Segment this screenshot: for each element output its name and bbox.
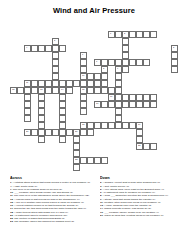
grid-cell[interactable] bbox=[101, 80, 108, 87]
grid-cell[interactable]: 20 bbox=[24, 129, 31, 136]
grid-cell[interactable] bbox=[122, 66, 129, 73]
grid-cell[interactable]: 16 bbox=[108, 94, 115, 101]
clue-item: 23. The boundary where two different air… bbox=[10, 220, 96, 223]
grid-cell[interactable]: 6 bbox=[80, 52, 87, 59]
grid-cell[interactable] bbox=[31, 129, 38, 136]
grid-cell[interactable] bbox=[143, 101, 150, 108]
down-column: Down 2. A sudden, violent gust of wind o… bbox=[100, 176, 186, 243]
grid-cell[interactable] bbox=[66, 129, 73, 136]
grid-cell[interactable] bbox=[171, 59, 178, 66]
grid-cell[interactable] bbox=[45, 87, 52, 94]
grid-cell[interactable] bbox=[143, 59, 150, 66]
grid-cell[interactable] bbox=[115, 108, 122, 115]
grid-cell[interactable] bbox=[52, 80, 59, 87]
grid-cell[interactable] bbox=[108, 122, 115, 129]
grid-cell[interactable] bbox=[31, 80, 38, 87]
cell-number: 23 bbox=[75, 158, 77, 160]
grid-cell[interactable] bbox=[94, 73, 101, 80]
grid-cell[interactable]: 11 bbox=[24, 80, 31, 87]
grid-cell[interactable] bbox=[59, 136, 66, 143]
across-column: Across 1. A rotating storm system that f… bbox=[10, 176, 96, 243]
grid-cell[interactable] bbox=[59, 129, 66, 136]
grid-cell[interactable] bbox=[80, 157, 87, 164]
grid-cell[interactable] bbox=[87, 73, 94, 80]
grid-cell[interactable] bbox=[150, 31, 157, 38]
grid-cell[interactable] bbox=[122, 52, 129, 59]
grid-cell[interactable] bbox=[38, 80, 45, 87]
across-clues: 1. A rotating storm system that forms ar… bbox=[10, 181, 96, 223]
grid-cell[interactable] bbox=[24, 87, 31, 94]
grid-cell[interactable] bbox=[87, 157, 94, 164]
grid-cell[interactable] bbox=[38, 108, 45, 115]
grid-cell[interactable]: 4 bbox=[24, 45, 31, 52]
grid-cell[interactable] bbox=[150, 101, 157, 108]
clue-section: Across 1. A rotating storm system that f… bbox=[10, 176, 186, 243]
grid-cell[interactable] bbox=[143, 94, 150, 101]
page-title: Wind and Air Pressure bbox=[0, 6, 188, 15]
grid-cell[interactable] bbox=[122, 59, 129, 66]
grid-cell[interactable] bbox=[38, 136, 45, 143]
grid-cell[interactable] bbox=[45, 129, 52, 136]
grid-cell[interactable] bbox=[66, 87, 73, 94]
grid-cell[interactable] bbox=[87, 122, 94, 129]
cell-number: 21 bbox=[75, 130, 77, 132]
cell-number: 14 bbox=[61, 88, 63, 90]
cell-number: 4 bbox=[26, 46, 27, 48]
grid-cell[interactable] bbox=[136, 59, 143, 66]
grid-cell[interactable] bbox=[122, 101, 129, 108]
grid-cell[interactable] bbox=[122, 94, 129, 101]
grid-cell[interactable]: 18 bbox=[80, 122, 87, 129]
grid-cell[interactable] bbox=[59, 115, 66, 122]
cell-number: 8 bbox=[103, 67, 104, 69]
grid-cell[interactable] bbox=[150, 94, 157, 101]
cell-number: 5 bbox=[173, 46, 174, 48]
crossword-grid: 1234567891011121314151617181920212223 bbox=[10, 31, 178, 171]
cell-number: 2 bbox=[124, 32, 125, 34]
grid-cell[interactable] bbox=[101, 101, 108, 108]
cell-number: 22 bbox=[138, 144, 140, 146]
grid-cell[interactable] bbox=[129, 31, 136, 38]
grid-cell[interactable] bbox=[150, 143, 157, 150]
grid-cell[interactable] bbox=[115, 122, 122, 129]
grid-cell[interactable] bbox=[122, 38, 129, 45]
grid-cell[interactable] bbox=[80, 94, 87, 101]
grid-cell[interactable] bbox=[31, 87, 38, 94]
cell-number: 17 bbox=[96, 102, 98, 104]
grid-cell[interactable]: 12 bbox=[10, 87, 17, 94]
grid-cell[interactable] bbox=[24, 115, 31, 122]
grid-cell[interactable] bbox=[171, 52, 178, 59]
grid-cell[interactable]: 9 bbox=[115, 66, 122, 73]
grid-cell[interactable] bbox=[38, 129, 45, 136]
grid-cell[interactable]: 19 bbox=[136, 122, 143, 129]
grid-cell[interactable]: 8 bbox=[101, 66, 108, 73]
grid-cell[interactable] bbox=[52, 45, 59, 52]
grid-cell[interactable] bbox=[59, 122, 66, 129]
grid-cell[interactable] bbox=[101, 59, 108, 66]
grid-cell[interactable] bbox=[73, 143, 80, 150]
grid-cell[interactable] bbox=[129, 59, 136, 66]
grid-cell[interactable] bbox=[94, 157, 101, 164]
grid-cell[interactable] bbox=[52, 129, 59, 136]
grid-cell[interactable] bbox=[129, 101, 136, 108]
grid-cell[interactable] bbox=[59, 108, 66, 115]
grid-cell[interactable] bbox=[115, 59, 122, 66]
grid-cell[interactable] bbox=[24, 101, 31, 108]
grid-cell[interactable] bbox=[45, 45, 52, 52]
grid-cell[interactable]: 1 bbox=[108, 31, 115, 38]
grid-cell[interactable] bbox=[24, 108, 31, 115]
grid-cell[interactable]: 23 bbox=[73, 157, 80, 164]
grid-cell[interactable] bbox=[59, 80, 66, 87]
grid-cell[interactable] bbox=[52, 87, 59, 94]
grid-cell[interactable] bbox=[115, 80, 122, 87]
grid-cell[interactable] bbox=[24, 94, 31, 101]
grid-cell[interactable] bbox=[87, 129, 94, 136]
grid-cell[interactable] bbox=[115, 87, 122, 94]
grid-cell[interactable] bbox=[87, 87, 94, 94]
cell-number: 15 bbox=[82, 88, 84, 90]
cell-number: 11 bbox=[26, 81, 28, 83]
grid-cell[interactable] bbox=[59, 45, 66, 52]
grid-cell[interactable] bbox=[80, 59, 87, 66]
clue-item: 21. Warm air does this, creating areas o… bbox=[100, 213, 186, 216]
grid-cell[interactable] bbox=[129, 122, 136, 129]
grid-cell[interactable] bbox=[94, 87, 101, 94]
grid-cell[interactable]: 10 bbox=[80, 73, 87, 80]
grid-cell[interactable] bbox=[115, 115, 122, 122]
grid-cell[interactable] bbox=[101, 122, 108, 129]
grid-cell[interactable] bbox=[59, 94, 66, 101]
grid-cell[interactable] bbox=[73, 80, 80, 87]
grid-cell[interactable]: 14 bbox=[59, 87, 66, 94]
grid-cell[interactable] bbox=[122, 45, 129, 52]
cell-number: 9 bbox=[117, 67, 118, 69]
grid-cell[interactable] bbox=[52, 52, 59, 59]
cell-number: 18 bbox=[82, 123, 84, 125]
grid-cell[interactable] bbox=[101, 157, 108, 164]
grid-cell[interactable] bbox=[52, 73, 59, 80]
grid-cell[interactable]: 22 bbox=[136, 143, 143, 150]
grid-cell[interactable] bbox=[136, 136, 143, 143]
grid-cell[interactable] bbox=[59, 101, 66, 108]
grid-cell[interactable] bbox=[73, 150, 80, 157]
cell-number: 6 bbox=[82, 53, 83, 55]
grid-cell[interactable] bbox=[94, 80, 101, 87]
grid-cell[interactable]: 17 bbox=[94, 101, 101, 108]
grid-cell[interactable]: 5 bbox=[171, 45, 178, 52]
grid-cell[interactable] bbox=[38, 115, 45, 122]
grid-cell[interactable] bbox=[80, 80, 87, 87]
grid-cell[interactable]: 13 bbox=[38, 87, 45, 94]
grid-cell[interactable] bbox=[136, 31, 143, 38]
grid-cell[interactable] bbox=[52, 59, 59, 66]
grid-cell[interactable]: 21 bbox=[73, 129, 80, 136]
across-header: Across bbox=[10, 176, 96, 180]
grid-cell[interactable] bbox=[122, 122, 129, 129]
cell-number: 12 bbox=[12, 88, 14, 90]
grid-cell[interactable] bbox=[31, 45, 38, 52]
grid-cell[interactable] bbox=[80, 101, 87, 108]
grid-cell[interactable] bbox=[52, 66, 59, 73]
grid-cell[interactable] bbox=[87, 80, 94, 87]
grid-cell[interactable] bbox=[136, 101, 143, 108]
grid-cell[interactable] bbox=[108, 87, 115, 94]
cell-number: 20 bbox=[26, 130, 28, 132]
cell-number: 16 bbox=[110, 95, 112, 97]
grid-cell[interactable] bbox=[17, 87, 24, 94]
cell-number: 19 bbox=[138, 123, 140, 125]
grid-cell[interactable] bbox=[38, 101, 45, 108]
grid-cell[interactable] bbox=[115, 73, 122, 80]
grid-cell[interactable] bbox=[73, 164, 80, 171]
grid-cell[interactable] bbox=[115, 101, 122, 108]
grid-cell[interactable] bbox=[38, 122, 45, 129]
cell-number: 1 bbox=[110, 32, 111, 34]
grid-cell[interactable] bbox=[80, 129, 87, 136]
grid-cell[interactable] bbox=[94, 122, 101, 129]
grid-cell[interactable] bbox=[101, 87, 108, 94]
grid-cell[interactable] bbox=[108, 101, 115, 108]
grid-cell[interactable] bbox=[80, 66, 87, 73]
cell-number: 10 bbox=[82, 74, 84, 76]
grid-cell[interactable] bbox=[101, 73, 108, 80]
grid-cell[interactable] bbox=[129, 94, 136, 101]
grid-cell[interactable] bbox=[108, 59, 115, 66]
grid-cell[interactable] bbox=[136, 94, 143, 101]
grid-cell[interactable]: 2 bbox=[122, 31, 129, 38]
grid-cell[interactable] bbox=[38, 45, 45, 52]
grid-cell[interactable] bbox=[66, 80, 73, 87]
grid-cell[interactable] bbox=[80, 108, 87, 115]
grid-cell[interactable] bbox=[38, 94, 45, 101]
grid-cell[interactable] bbox=[45, 80, 52, 87]
grid-cell[interactable] bbox=[143, 143, 150, 150]
cell-number: 3 bbox=[54, 39, 55, 41]
grid-cell[interactable]: 7 bbox=[94, 59, 101, 66]
grid-cell[interactable]: 3 bbox=[52, 38, 59, 45]
cell-number: 7 bbox=[96, 60, 97, 62]
grid-cell[interactable] bbox=[115, 94, 122, 101]
grid-cell[interactable] bbox=[143, 31, 150, 38]
cell-number: 13 bbox=[40, 88, 42, 90]
grid-cell[interactable] bbox=[136, 129, 143, 136]
grid-cell[interactable] bbox=[171, 66, 178, 73]
down-clues: 2. A sudden, violent gust of wind often … bbox=[100, 181, 186, 217]
down-header: Down bbox=[100, 176, 186, 180]
grid-cell[interactable]: 15 bbox=[80, 87, 87, 94]
grid-cell[interactable] bbox=[115, 31, 122, 38]
grid-cell[interactable] bbox=[73, 136, 80, 143]
